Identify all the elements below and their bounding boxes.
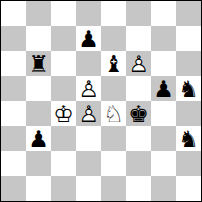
white-king: ♔	[51, 101, 76, 126]
square-d7[interactable]: ♟	[76, 26, 101, 51]
square-e4[interactable]: ♞♘	[101, 101, 126, 126]
square-d6[interactable]	[76, 51, 101, 76]
square-f1[interactable]	[126, 176, 151, 201]
black-pawn: ♟	[151, 76, 176, 101]
square-f4[interactable]: ♚	[126, 101, 151, 126]
square-g5[interactable]: ♟	[151, 76, 176, 101]
square-d4[interactable]: ♟♙	[76, 101, 101, 126]
square-b7[interactable]	[26, 26, 51, 51]
black-rook: ♜	[26, 51, 51, 76]
square-a8[interactable]	[1, 1, 26, 26]
square-d1[interactable]	[76, 176, 101, 201]
square-f2[interactable]	[126, 151, 151, 176]
white-knight: ♘	[101, 101, 126, 126]
square-a1[interactable]	[1, 176, 26, 201]
square-a6[interactable]	[1, 51, 26, 76]
square-c7[interactable]	[51, 26, 76, 51]
chess-board: ♟♜♝♟♙♟♙♟♞♚♔♟♙♞♘♚♟♞	[0, 0, 202, 202]
square-c1[interactable]	[51, 176, 76, 201]
square-h4[interactable]	[176, 101, 201, 126]
square-c2[interactable]	[51, 151, 76, 176]
square-e3[interactable]	[101, 126, 126, 151]
square-b6[interactable]: ♜	[26, 51, 51, 76]
square-e6[interactable]: ♝	[101, 51, 126, 76]
square-e8[interactable]	[101, 1, 126, 26]
square-g3[interactable]	[151, 126, 176, 151]
square-a5[interactable]	[1, 76, 26, 101]
square-d5[interactable]: ♟♙	[76, 76, 101, 101]
square-e2[interactable]	[101, 151, 126, 176]
black-pawn: ♟	[26, 126, 51, 151]
square-c5[interactable]	[51, 76, 76, 101]
square-b1[interactable]	[26, 176, 51, 201]
square-d2[interactable]	[76, 151, 101, 176]
square-e1[interactable]	[101, 176, 126, 201]
white-pawn: ♙	[76, 101, 101, 126]
square-h8[interactable]	[176, 1, 201, 26]
square-e7[interactable]	[101, 26, 126, 51]
black-knight: ♞	[176, 76, 201, 101]
square-a7[interactable]	[1, 26, 26, 51]
square-c4[interactable]: ♚♔	[51, 101, 76, 126]
square-h5[interactable]: ♞	[176, 76, 201, 101]
square-e5[interactable]	[101, 76, 126, 101]
white-pawn: ♙	[76, 76, 101, 101]
square-g4[interactable]	[151, 101, 176, 126]
square-a3[interactable]	[1, 126, 26, 151]
square-b4[interactable]	[26, 101, 51, 126]
square-f8[interactable]	[126, 1, 151, 26]
square-b8[interactable]	[26, 1, 51, 26]
square-f3[interactable]	[126, 126, 151, 151]
square-f6[interactable]: ♟♙	[126, 51, 151, 76]
square-b2[interactable]	[26, 151, 51, 176]
square-b3[interactable]: ♟	[26, 126, 51, 151]
square-f7[interactable]	[126, 26, 151, 51]
square-d8[interactable]	[76, 1, 101, 26]
square-c3[interactable]	[51, 126, 76, 151]
white-pawn: ♙	[126, 51, 151, 76]
black-knight: ♞	[176, 126, 201, 151]
square-d3[interactable]	[76, 126, 101, 151]
square-h1[interactable]	[176, 176, 201, 201]
black-bishop: ♝	[101, 51, 126, 76]
square-a4[interactable]	[1, 101, 26, 126]
square-a2[interactable]	[1, 151, 26, 176]
square-g1[interactable]	[151, 176, 176, 201]
square-c6[interactable]	[51, 51, 76, 76]
square-h2[interactable]	[176, 151, 201, 176]
square-g2[interactable]	[151, 151, 176, 176]
square-h6[interactable]	[176, 51, 201, 76]
square-f5[interactable]	[126, 76, 151, 101]
square-c8[interactable]	[51, 1, 76, 26]
square-b5[interactable]	[26, 76, 51, 101]
black-pawn: ♟	[76, 26, 101, 51]
square-h3[interactable]: ♞	[176, 126, 201, 151]
square-g7[interactable]	[151, 26, 176, 51]
square-g8[interactable]	[151, 1, 176, 26]
black-king: ♚	[126, 101, 151, 126]
square-h7[interactable]	[176, 26, 201, 51]
square-g6[interactable]	[151, 51, 176, 76]
